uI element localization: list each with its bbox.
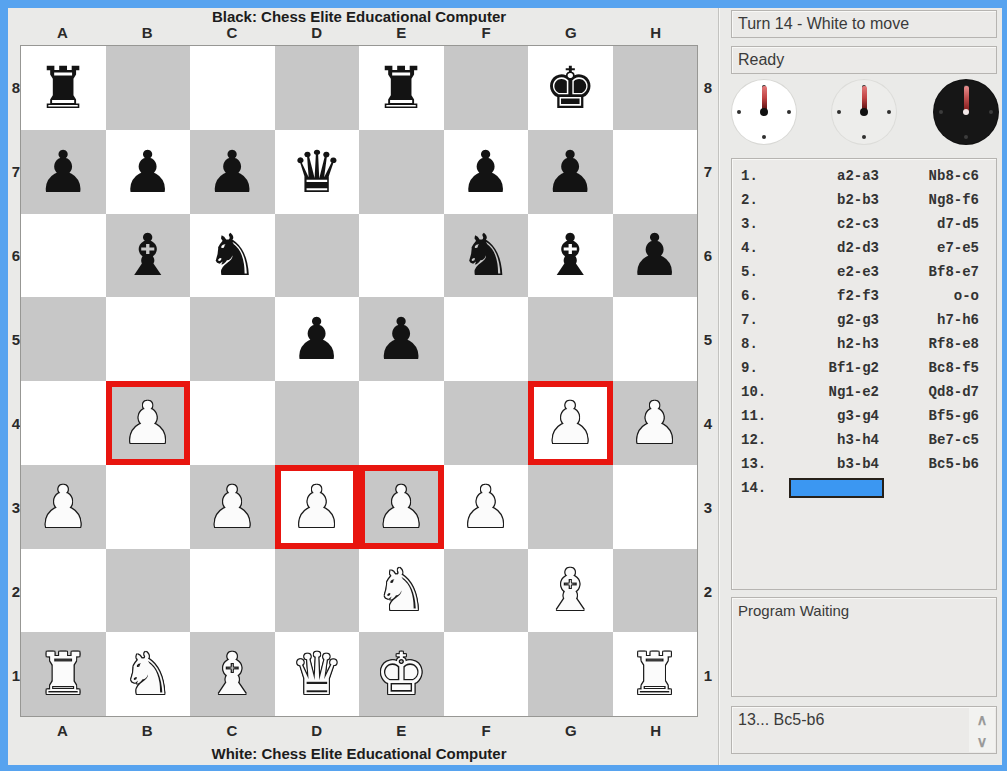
piece-white-pawn: ♟ (122, 394, 174, 452)
last-move-box: 13... Bc5-b6 ∧ ∨ (731, 706, 997, 754)
rank-label-5: 5 (700, 297, 716, 381)
square-c8[interactable] (190, 46, 275, 130)
square-b1[interactable]: ♞ (106, 632, 191, 716)
rank-label-8: 8 (700, 45, 716, 129)
white-move: f2-f3 (775, 288, 879, 304)
clock-tick-3 (887, 110, 891, 114)
square-h8[interactable] (613, 46, 698, 130)
move-number: 1. (741, 168, 775, 184)
turn-status-text: Turn 14 - White to move (732, 11, 996, 33)
turn-status-box: Turn 14 - White to move (731, 10, 997, 38)
piece-white-pawn: ♟ (37, 478, 89, 536)
square-f6[interactable]: ♞ (444, 214, 529, 298)
move-number: 10. (741, 384, 775, 400)
square-e6[interactable] (359, 214, 444, 298)
piece-black-king: ♚ (544, 59, 596, 117)
move-number: 3. (741, 216, 775, 232)
piece-black-pawn: ♟ (544, 143, 596, 201)
black-move: Bc5-b6 (879, 456, 979, 472)
engine-status-text: Ready (732, 47, 996, 69)
piece-black-bishop: ♝ (544, 226, 596, 284)
piece-black-queen: ♛ (291, 143, 343, 201)
square-d3[interactable]: ♟ (275, 465, 360, 549)
rank-label-1: 1 (700, 633, 716, 717)
scroll-down-icon[interactable]: ∨ (977, 734, 988, 749)
clock-hub (760, 108, 768, 116)
program-status-text: Program Waiting (732, 598, 996, 619)
clock-tick-3 (989, 110, 993, 114)
file-label-d: D (274, 24, 359, 41)
square-e5[interactable]: ♟ (359, 297, 444, 381)
square-b8[interactable] (106, 46, 191, 130)
square-c6[interactable]: ♞ (190, 214, 275, 298)
white-move: g3-g4 (775, 408, 879, 424)
square-c7[interactable]: ♟ (190, 130, 275, 214)
neutral-clock (832, 80, 896, 144)
current-move-input[interactable] (789, 478, 884, 498)
square-a8[interactable]: ♜ (21, 46, 106, 130)
piece-black-pawn: ♟ (629, 226, 681, 284)
piece-white-knight: ♞ (122, 645, 174, 703)
rank-label-4: 4 (700, 381, 716, 465)
file-label-d: D (274, 722, 359, 739)
square-c4[interactable] (190, 381, 275, 465)
move-number: 12. (741, 432, 775, 448)
square-g1[interactable] (528, 632, 613, 716)
piece-white-pawn: ♟ (629, 394, 681, 452)
app-window: Black: Chess Elite Educational Computer … (0, 0, 1007, 771)
white-move: Ng1-e2 (775, 384, 879, 400)
square-a4[interactable] (21, 381, 106, 465)
piece-black-pawn: ♟ (375, 310, 427, 368)
black-move: Nb8-c6 (879, 168, 979, 184)
square-h2[interactable] (613, 549, 698, 633)
black-move: Bf8-e7 (879, 264, 979, 280)
clock-tick-6 (964, 135, 968, 139)
file-label-c: C (190, 722, 275, 739)
last-move-text: 13... Bc5-b6 (732, 707, 996, 729)
scroll-up-icon[interactable]: ∧ (977, 712, 988, 727)
piece-white-pawn: ♟ (460, 478, 512, 536)
black-move: d7-d5 (879, 216, 979, 232)
piece-black-pawn: ♟ (206, 143, 258, 201)
square-f1[interactable] (444, 632, 529, 716)
square-h6[interactable]: ♟ (613, 214, 698, 298)
square-b3[interactable] (106, 465, 191, 549)
move-row-2: 2.b2-b3Ng8-f6 (741, 188, 992, 212)
piece-white-rook: ♜ (629, 645, 681, 703)
file-label-a: A (20, 722, 105, 739)
clock-tick-6 (862, 135, 866, 139)
piece-black-rook: ♜ (37, 59, 89, 117)
square-e2[interactable]: ♞ (359, 549, 444, 633)
move-row-14: 14. (741, 476, 992, 500)
square-g6[interactable]: ♝ (528, 214, 613, 298)
white-move: h2-h3 (775, 336, 879, 352)
square-a5[interactable] (21, 297, 106, 381)
black-move: Qd8-d7 (879, 384, 979, 400)
panel-divider (718, 8, 720, 765)
clock-hub (860, 108, 868, 116)
move-list[interactable]: 1.a2-a3Nb8-c62.b2-b3Ng8-f63.c2-c3d7-d54.… (731, 158, 997, 590)
move-number: 4. (741, 240, 775, 256)
move-row-13: 13.b3-b4Bc5-b6 (741, 452, 992, 476)
move-row-9: 9.Bf1-g2Bc8-f5 (741, 356, 992, 380)
white-move: a2-a3 (775, 168, 879, 184)
piece-white-rook: ♜ (37, 645, 89, 703)
file-label-b: B (105, 24, 190, 41)
square-b2[interactable] (106, 549, 191, 633)
square-g2[interactable]: ♝ (528, 549, 613, 633)
move-number: 2. (741, 192, 775, 208)
square-f4[interactable] (444, 381, 529, 465)
piece-white-queen: ♛ (291, 645, 343, 703)
move-row-1: 1.a2-a3Nb8-c6 (741, 164, 992, 188)
rank-label-2: 2 (700, 549, 716, 633)
clock-tick-9 (837, 110, 841, 114)
square-d8[interactable] (275, 46, 360, 130)
piece-black-pawn: ♟ (37, 143, 89, 201)
square-a3[interactable]: ♟ (21, 465, 106, 549)
piece-black-pawn: ♟ (460, 143, 512, 201)
white-move: d2-d3 (775, 240, 879, 256)
piece-white-pawn: ♟ (375, 478, 427, 536)
rank-label-3: 3 (700, 465, 716, 549)
square-f5[interactable] (444, 297, 529, 381)
square-d2[interactable] (275, 549, 360, 633)
move-row-10: 10.Ng1-e2Qd8-d7 (741, 380, 992, 404)
square-h7[interactable] (613, 130, 698, 214)
square-e7[interactable] (359, 130, 444, 214)
square-c2[interactable] (190, 549, 275, 633)
square-g7[interactable]: ♟ (528, 130, 613, 214)
move-row-8: 8.h2-h3Rf8-e8 (741, 332, 992, 356)
file-label-a: A (20, 24, 105, 41)
black-move: Bf5-g6 (879, 408, 979, 424)
square-b7[interactable]: ♟ (106, 130, 191, 214)
file-label-h: H (613, 722, 698, 739)
clock-tick-6 (762, 135, 766, 139)
move-number: 11. (741, 408, 775, 424)
white-player-label: White: Chess Elite Educational Computer (20, 745, 698, 762)
last-move-scrollbar[interactable]: ∧ ∨ (969, 708, 995, 752)
white-move: h3-h4 (775, 432, 879, 448)
move-row-5: 5.e2-e3Bf8-e7 (741, 260, 992, 284)
square-b6[interactable]: ♝ (106, 214, 191, 298)
engine-status-box: Ready (731, 46, 997, 74)
black-move: Be7-c5 (879, 432, 979, 448)
square-e3[interactable]: ♟ (359, 465, 444, 549)
move-row-11: 11.g3-g4Bf5-g6 (741, 404, 992, 428)
piece-black-knight: ♞ (460, 226, 512, 284)
square-f3[interactable]: ♟ (444, 465, 529, 549)
rank-label-7: 7 (700, 129, 716, 213)
move-number: 6. (741, 288, 775, 304)
white-move: Bf1-g2 (775, 360, 879, 376)
rank-labels-right: 87654321 (700, 45, 716, 717)
square-a7[interactable]: ♟ (21, 130, 106, 214)
piece-white-pawn: ♟ (544, 394, 596, 452)
white-clock (732, 80, 796, 144)
square-g5[interactable] (528, 297, 613, 381)
white-move: b2-b3 (775, 192, 879, 208)
white-move: e2-e3 (775, 264, 879, 280)
square-f7[interactable]: ♟ (444, 130, 529, 214)
square-d6[interactable] (275, 214, 360, 298)
square-c3[interactable]: ♟ (190, 465, 275, 549)
white-move: g2-g3 (775, 312, 879, 328)
black-move: o-o (879, 288, 979, 304)
file-label-b: B (105, 722, 190, 739)
chess-board: ♜♜♚♟♟♟♛♟♟♝♞♞♝♟♟♟♟♟♟♟♟♟♟♟♞♝♜♞♝♛♚♜ (20, 45, 698, 717)
square-h3[interactable] (613, 465, 698, 549)
black-move: Ng8-f6 (879, 192, 979, 208)
square-h5[interactable] (613, 297, 698, 381)
clock-tick-9 (737, 110, 741, 114)
piece-black-pawn: ♟ (291, 310, 343, 368)
move-row-4: 4.d2-d3e7-e5 (741, 236, 992, 260)
piece-white-pawn: ♟ (206, 478, 258, 536)
piece-white-pawn: ♟ (291, 478, 343, 536)
square-h1[interactable]: ♜ (613, 632, 698, 716)
piece-white-bishop: ♝ (206, 645, 258, 703)
move-number: 8. (741, 336, 775, 352)
square-f8[interactable] (444, 46, 529, 130)
piece-white-bishop: ♝ (544, 561, 596, 619)
file-labels-top: ABCDEFGH (20, 24, 698, 41)
square-g4[interactable]: ♟ (528, 381, 613, 465)
move-row-3: 3.c2-c3d7-d5 (741, 212, 992, 236)
piece-white-king: ♚ (375, 645, 427, 703)
file-label-e: E (359, 24, 444, 41)
move-row-7: 7.g2-g3h7-h6 (741, 308, 992, 332)
file-label-c: C (190, 24, 275, 41)
square-e1[interactable]: ♚ (359, 632, 444, 716)
piece-black-knight: ♞ (206, 226, 258, 284)
file-label-h: H (613, 24, 698, 41)
square-c1[interactable]: ♝ (190, 632, 275, 716)
square-a2[interactable] (21, 549, 106, 633)
square-d7[interactable]: ♛ (275, 130, 360, 214)
move-number: 9. (741, 360, 775, 376)
program-status-box: Program Waiting (731, 597, 997, 697)
file-label-f: F (444, 24, 529, 41)
rank-label-6: 6 (700, 213, 716, 297)
file-label-g: G (529, 722, 614, 739)
square-a6[interactable] (21, 214, 106, 298)
square-h4[interactable]: ♟ (613, 381, 698, 465)
square-e8[interactable]: ♜ (359, 46, 444, 130)
file-label-g: G (529, 24, 614, 41)
square-d4[interactable] (275, 381, 360, 465)
black-move: Bc8-f5 (879, 360, 979, 376)
main-content: Black: Chess Elite Educational Computer … (8, 8, 1002, 765)
move-number: 14. (741, 480, 775, 496)
move-number: 13. (741, 456, 775, 472)
clock-tick-3 (787, 110, 791, 114)
white-move: c2-c3 (775, 216, 879, 232)
black-move: Rf8-e8 (879, 336, 979, 352)
white-move: b3-b4 (775, 456, 879, 472)
square-f2[interactable] (444, 549, 529, 633)
move-number: 7. (741, 312, 775, 328)
clock-hub (963, 109, 969, 115)
black-clock (934, 80, 998, 144)
clock-tick-9 (939, 110, 943, 114)
move-row-12: 12.h3-h4Be7-c5 (741, 428, 992, 452)
square-g3[interactable] (528, 465, 613, 549)
square-a1[interactable]: ♜ (21, 632, 106, 716)
square-g8[interactable]: ♚ (528, 46, 613, 130)
square-d1[interactable]: ♛ (275, 632, 360, 716)
square-e4[interactable] (359, 381, 444, 465)
piece-black-bishop: ♝ (122, 226, 174, 284)
file-label-f: F (444, 722, 529, 739)
piece-white-knight: ♞ (375, 561, 427, 619)
black-move: h7-h6 (879, 312, 979, 328)
square-b4[interactable]: ♟ (106, 381, 191, 465)
piece-black-rook: ♜ (375, 59, 427, 117)
square-b5[interactable] (106, 297, 191, 381)
black-move: e7-e5 (879, 240, 979, 256)
move-row-6: 6.f2-f3o-o (741, 284, 992, 308)
piece-black-pawn: ♟ (122, 143, 174, 201)
square-d5[interactable]: ♟ (275, 297, 360, 381)
file-label-e: E (359, 722, 444, 739)
file-labels-bottom: ABCDEFGH (20, 722, 698, 739)
square-c5[interactable] (190, 297, 275, 381)
move-number: 5. (741, 264, 775, 280)
black-player-label: Black: Chess Elite Educational Computer (20, 8, 698, 25)
